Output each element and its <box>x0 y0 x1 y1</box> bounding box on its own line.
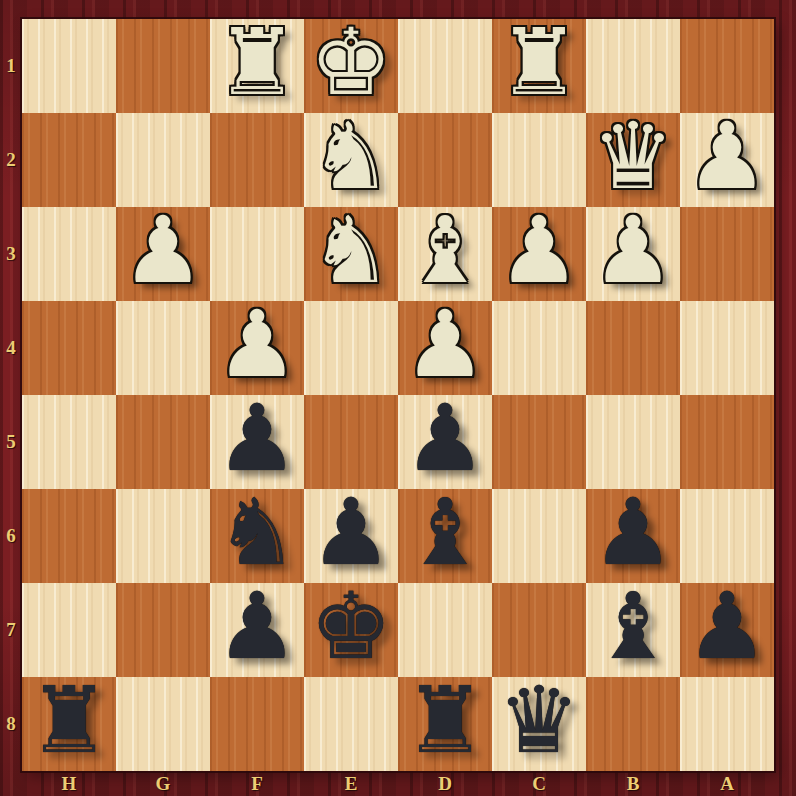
black-pawn-icon[interactable]: ♟ <box>592 486 674 580</box>
rank-label-cell-6: 6 <box>0 489 22 583</box>
file-label-g: G <box>156 773 171 795</box>
square-h5[interactable] <box>22 395 116 489</box>
square-e3[interactable]: ♞ <box>304 207 398 301</box>
square-f6[interactable]: ♞ <box>210 489 304 583</box>
square-b7[interactable]: ♝ <box>586 583 680 677</box>
black-pawn-icon[interactable]: ♟ <box>404 392 486 486</box>
square-a5[interactable] <box>680 395 774 489</box>
square-h1[interactable] <box>22 19 116 113</box>
file-label-cell-g: G <box>116 771 210 796</box>
square-c8[interactable]: ♛ <box>492 677 586 771</box>
file-label-h: H <box>62 773 77 795</box>
rank-label-cell-8: 8 <box>0 677 22 771</box>
square-e1[interactable]: ♚ <box>304 19 398 113</box>
rank-labels: 12345678 <box>0 19 22 771</box>
square-c4[interactable] <box>492 301 586 395</box>
square-c2[interactable] <box>492 113 586 207</box>
square-g3[interactable]: ♟ <box>116 207 210 301</box>
file-label-e: E <box>345 773 358 795</box>
square-f4[interactable]: ♟ <box>210 301 304 395</box>
rank-label-5: 5 <box>6 431 16 453</box>
square-b3[interactable]: ♟ <box>586 207 680 301</box>
rank-label-cell-1: 1 <box>0 19 22 113</box>
white-rook-icon[interactable]: ♜ <box>216 16 298 110</box>
square-h8[interactable]: ♜ <box>22 677 116 771</box>
square-a2[interactable]: ♟ <box>680 113 774 207</box>
square-a6[interactable] <box>680 489 774 583</box>
black-king-icon[interactable]: ♚ <box>310 580 392 674</box>
square-e4[interactable] <box>304 301 398 395</box>
square-g5[interactable] <box>116 395 210 489</box>
square-g7[interactable] <box>116 583 210 677</box>
square-c1[interactable]: ♜ <box>492 19 586 113</box>
black-knight-icon[interactable]: ♞ <box>216 486 298 580</box>
black-pawn-icon[interactable]: ♟ <box>216 392 298 486</box>
square-d1[interactable] <box>398 19 492 113</box>
square-e5[interactable] <box>304 395 398 489</box>
square-d4[interactable]: ♟ <box>398 301 492 395</box>
square-e7[interactable]: ♚ <box>304 583 398 677</box>
file-label-b: B <box>627 773 640 795</box>
file-label-f: F <box>251 773 263 795</box>
rank-label-3: 3 <box>6 243 16 265</box>
square-f1[interactable]: ♜ <box>210 19 304 113</box>
square-c5[interactable] <box>492 395 586 489</box>
square-d7[interactable] <box>398 583 492 677</box>
file-label-c: C <box>532 773 546 795</box>
rank-label-cell-3: 3 <box>0 207 22 301</box>
square-f7[interactable]: ♟ <box>210 583 304 677</box>
black-pawn-icon[interactable]: ♟ <box>310 486 392 580</box>
square-g4[interactable] <box>116 301 210 395</box>
square-e8[interactable] <box>304 677 398 771</box>
square-a7[interactable]: ♟ <box>680 583 774 677</box>
square-h2[interactable] <box>22 113 116 207</box>
file-label-cell-h: H <box>22 771 116 796</box>
square-b2[interactable]: ♛ <box>586 113 680 207</box>
square-h3[interactable] <box>22 207 116 301</box>
square-f8[interactable] <box>210 677 304 771</box>
black-bishop-icon[interactable]: ♝ <box>404 486 486 580</box>
white-rook-icon[interactable]: ♜ <box>498 16 580 110</box>
square-d2[interactable] <box>398 113 492 207</box>
square-c7[interactable] <box>492 583 586 677</box>
square-h6[interactable] <box>22 489 116 583</box>
square-d3[interactable]: ♝ <box>398 207 492 301</box>
square-f3[interactable] <box>210 207 304 301</box>
file-label-cell-f: F <box>210 771 304 796</box>
rank-label-6: 6 <box>6 525 16 547</box>
square-a8[interactable] <box>680 677 774 771</box>
white-bishop-icon[interactable]: ♝ <box>404 204 486 298</box>
white-queen-icon[interactable]: ♛ <box>592 110 674 204</box>
square-a4[interactable] <box>680 301 774 395</box>
rank-label-1: 1 <box>6 55 16 77</box>
white-king-icon[interactable]: ♚ <box>310 16 392 110</box>
rank-label-7: 7 <box>6 619 16 641</box>
white-pawn-icon[interactable]: ♟ <box>216 298 298 392</box>
square-a1[interactable] <box>680 19 774 113</box>
file-label-cell-e: E <box>304 771 398 796</box>
square-d5[interactable]: ♟ <box>398 395 492 489</box>
square-g6[interactable] <box>116 489 210 583</box>
square-d6[interactable]: ♝ <box>398 489 492 583</box>
square-b5[interactable] <box>586 395 680 489</box>
rank-label-cell-2: 2 <box>0 113 22 207</box>
white-knight-icon[interactable]: ♞ <box>310 110 392 204</box>
square-h4[interactable] <box>22 301 116 395</box>
square-c3[interactable]: ♟ <box>492 207 586 301</box>
file-label-a: A <box>720 773 734 795</box>
rank-label-cell-7: 7 <box>0 583 22 677</box>
white-pawn-icon[interactable]: ♟ <box>686 110 768 204</box>
square-f5[interactable]: ♟ <box>210 395 304 489</box>
rank-label-cell-4: 4 <box>0 301 22 395</box>
file-label-cell-d: D <box>398 771 492 796</box>
rank-label-4: 4 <box>6 337 16 359</box>
white-pawn-icon[interactable]: ♟ <box>404 298 486 392</box>
white-pawn-icon[interactable]: ♟ <box>592 204 674 298</box>
square-g1[interactable] <box>116 19 210 113</box>
square-b4[interactable] <box>586 301 680 395</box>
rank-label-8: 8 <box>6 713 16 735</box>
board-frame: 12345678 ♜♚♜♞♛♟♟♞♝♟♟♟♟♟♟♞♟♝♟♟♚♝♟♜♜♛ HGFE… <box>0 0 796 796</box>
chess-board: ♜♚♜♞♛♟♟♞♝♟♟♟♟♟♟♞♟♝♟♟♚♝♟♜♜♛ <box>22 19 774 771</box>
square-e6[interactable]: ♟ <box>304 489 398 583</box>
square-c6[interactable] <box>492 489 586 583</box>
black-rook-icon[interactable]: ♜ <box>28 674 110 768</box>
square-f2[interactable] <box>210 113 304 207</box>
file-label-cell-c: C <box>492 771 586 796</box>
square-g8[interactable] <box>116 677 210 771</box>
white-pawn-icon[interactable]: ♟ <box>122 204 204 298</box>
black-rook-icon[interactable]: ♜ <box>404 674 486 768</box>
file-label-cell-a: A <box>680 771 774 796</box>
square-b1[interactable] <box>586 19 680 113</box>
file-label-d: D <box>438 773 452 795</box>
square-d8[interactable]: ♜ <box>398 677 492 771</box>
square-e2[interactable]: ♞ <box>304 113 398 207</box>
black-queen-icon[interactable]: ♛ <box>498 674 580 768</box>
black-bishop-icon[interactable]: ♝ <box>592 580 674 674</box>
white-knight-icon[interactable]: ♞ <box>310 204 392 298</box>
file-labels: HGFEDCBA <box>22 771 774 796</box>
square-b8[interactable] <box>586 677 680 771</box>
rank-label-cell-5: 5 <box>0 395 22 489</box>
square-g2[interactable] <box>116 113 210 207</box>
square-h7[interactable] <box>22 583 116 677</box>
black-pawn-icon[interactable]: ♟ <box>686 580 768 674</box>
file-label-cell-b: B <box>586 771 680 796</box>
square-b6[interactable]: ♟ <box>586 489 680 583</box>
rank-label-2: 2 <box>6 149 16 171</box>
square-a3[interactable] <box>680 207 774 301</box>
black-pawn-icon[interactable]: ♟ <box>216 580 298 674</box>
white-pawn-icon[interactable]: ♟ <box>498 204 580 298</box>
